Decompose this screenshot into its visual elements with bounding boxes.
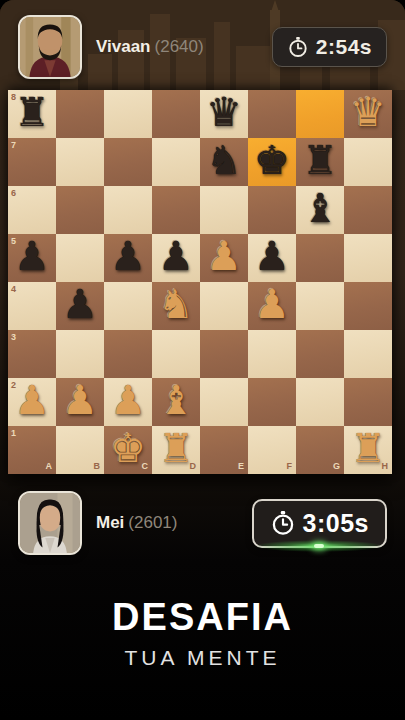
piece-black-pawn-f5[interactable]: ♟ [248, 230, 296, 282]
piece-white-rook-d1[interactable]: ♜ [152, 422, 200, 474]
player-bar: Mei(2601) 3:05s [0, 486, 405, 560]
piece-black-rook-g7[interactable]: ♜ [296, 134, 344, 186]
player-rating: (2601) [128, 513, 177, 532]
square-c2[interactable]: ♟ [104, 378, 152, 426]
square-d7[interactable] [152, 138, 200, 186]
opponent-rating: (2640) [155, 37, 204, 56]
square-b4[interactable]: ♟ [56, 282, 104, 330]
square-a4[interactable]: 4 [8, 282, 56, 330]
piece-white-pawn-c2[interactable]: ♟ [104, 374, 152, 426]
opponent-time: 2:54s [316, 35, 372, 59]
promo-subtitle: TUA MENTE [0, 646, 405, 670]
square-e1[interactable]: E [200, 426, 248, 474]
square-b1[interactable]: B [56, 426, 104, 474]
piece-white-knight-d4[interactable]: ♞ [152, 278, 200, 330]
piece-white-queen-h8[interactable]: ♛ [344, 86, 392, 138]
square-a8[interactable]: 8♜ [8, 90, 56, 138]
square-e5[interactable]: ♟ [200, 234, 248, 282]
rank-label-3: 3 [11, 333, 16, 342]
square-a6[interactable]: 6 [8, 186, 56, 234]
square-c6[interactable] [104, 186, 152, 234]
piece-black-rook-a8[interactable]: ♜ [8, 86, 56, 138]
file-label-E: E [238, 462, 244, 471]
piece-white-pawn-b2[interactable]: ♟ [56, 374, 104, 426]
square-h8[interactable]: ♛ [344, 90, 392, 138]
square-h5[interactable] [344, 234, 392, 282]
square-h1[interactable]: H♜ [344, 426, 392, 474]
square-g4[interactable] [296, 282, 344, 330]
rank-label-1: 1 [11, 429, 16, 438]
opponent-name: Vivaan(2640) [96, 37, 204, 57]
piece-white-pawn-e5[interactable]: ♟ [200, 230, 248, 282]
piece-black-bishop-g6[interactable]: ♝ [296, 182, 344, 234]
square-d2[interactable]: ♝ [152, 378, 200, 426]
piece-black-king-f7[interactable]: ♚ [248, 134, 296, 186]
square-d3[interactable] [152, 330, 200, 378]
square-g5[interactable] [296, 234, 344, 282]
square-c8[interactable] [104, 90, 152, 138]
player-time: 3:05s [303, 509, 369, 538]
square-c7[interactable] [104, 138, 152, 186]
square-f5[interactable]: ♟ [248, 234, 296, 282]
square-d8[interactable] [152, 90, 200, 138]
piece-black-pawn-b4[interactable]: ♟ [56, 278, 104, 330]
square-b6[interactable] [56, 186, 104, 234]
clock-icon [287, 36, 309, 58]
square-b3[interactable] [56, 330, 104, 378]
square-g3[interactable] [296, 330, 344, 378]
file-label-A: A [46, 462, 53, 471]
square-h2[interactable] [344, 378, 392, 426]
promo-title: DESAFIA [0, 596, 405, 639]
square-e3[interactable] [200, 330, 248, 378]
piece-white-rook-h1[interactable]: ♜ [344, 422, 392, 474]
piece-white-king-c1[interactable]: ♚ [104, 422, 152, 474]
piece-white-pawn-f4[interactable]: ♟ [248, 278, 296, 330]
square-e7[interactable]: ♞ [200, 138, 248, 186]
opponent-bar: Vivaan(2640) 2:54s [0, 10, 405, 84]
square-a1[interactable]: 1A [8, 426, 56, 474]
square-c3[interactable] [104, 330, 152, 378]
opponent-clock: 2:54s [272, 27, 387, 67]
square-b5[interactable] [56, 234, 104, 282]
square-f1[interactable]: F [248, 426, 296, 474]
square-g1[interactable]: G [296, 426, 344, 474]
square-g8[interactable] [296, 90, 344, 138]
piece-white-pawn-a2[interactable]: ♟ [8, 374, 56, 426]
chess-board[interactable]: 8♜♛♛7♞♚♜6♝5♟♟♟♟♟4♟♞♟32♟♟♟♝1ABC♚D♜EFGH♜ [8, 90, 392, 474]
opponent-avatar[interactable] [18, 15, 82, 79]
square-b8[interactable] [56, 90, 104, 138]
square-a2[interactable]: 2♟ [8, 378, 56, 426]
square-b2[interactable]: ♟ [56, 378, 104, 426]
square-a3[interactable]: 3 [8, 330, 56, 378]
square-d5[interactable]: ♟ [152, 234, 200, 282]
square-c5[interactable]: ♟ [104, 234, 152, 282]
file-label-B: B [94, 462, 101, 471]
piece-black-knight-e7[interactable]: ♞ [200, 134, 248, 186]
piece-black-queen-e8[interactable]: ♛ [200, 86, 248, 138]
square-g7[interactable]: ♜ [296, 138, 344, 186]
rank-label-6: 6 [11, 189, 16, 198]
square-g2[interactable] [296, 378, 344, 426]
player-name: Mei(2601) [96, 513, 177, 533]
square-d4[interactable]: ♞ [152, 282, 200, 330]
square-a7[interactable]: 7 [8, 138, 56, 186]
player-clock: 3:05s [252, 499, 387, 548]
square-d6[interactable] [152, 186, 200, 234]
square-a5[interactable]: 5♟ [8, 234, 56, 282]
square-e8[interactable]: ♛ [200, 90, 248, 138]
square-g6[interactable]: ♝ [296, 186, 344, 234]
square-f8[interactable] [248, 90, 296, 138]
piece-black-pawn-c5[interactable]: ♟ [104, 230, 152, 282]
square-h7[interactable] [344, 138, 392, 186]
file-label-G: G [333, 462, 340, 471]
app-screen: Vivaan(2640) 2:54s 8♜♛♛7♞♚♜6♝5♟♟♟♟♟4♟♞♟3… [0, 0, 405, 720]
active-turn-indicator [254, 540, 384, 552]
square-c1[interactable]: C♚ [104, 426, 152, 474]
square-f7[interactable]: ♚ [248, 138, 296, 186]
square-d1[interactable]: D♜ [152, 426, 200, 474]
clock-icon [270, 510, 296, 536]
piece-black-pawn-a5[interactable]: ♟ [8, 230, 56, 282]
square-c4[interactable] [104, 282, 152, 330]
square-e6[interactable] [200, 186, 248, 234]
file-label-F: F [287, 462, 293, 471]
square-f2[interactable] [248, 378, 296, 426]
square-h6[interactable] [344, 186, 392, 234]
square-f3[interactable] [248, 330, 296, 378]
square-h4[interactable] [344, 282, 392, 330]
square-e4[interactable] [200, 282, 248, 330]
piece-white-bishop-d2[interactable]: ♝ [152, 374, 200, 426]
square-f6[interactable] [248, 186, 296, 234]
square-e2[interactable] [200, 378, 248, 426]
piece-black-pawn-d5[interactable]: ♟ [152, 230, 200, 282]
square-h3[interactable] [344, 330, 392, 378]
square-f4[interactable]: ♟ [248, 282, 296, 330]
player-avatar[interactable] [18, 491, 82, 555]
rank-label-4: 4 [11, 285, 16, 294]
rank-label-7: 7 [11, 141, 16, 150]
square-b7[interactable] [56, 138, 104, 186]
